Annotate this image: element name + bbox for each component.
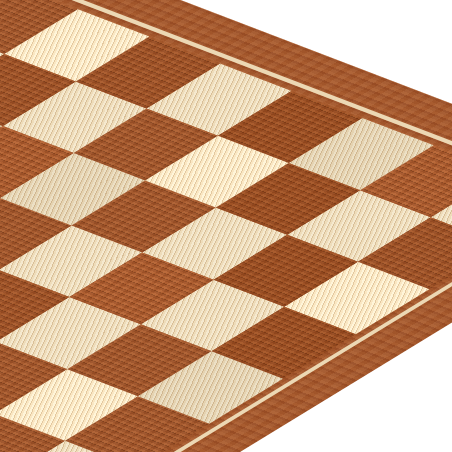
chess-board [0,0,452,452]
squares-grid [0,0,452,452]
photo-scene [0,0,452,452]
